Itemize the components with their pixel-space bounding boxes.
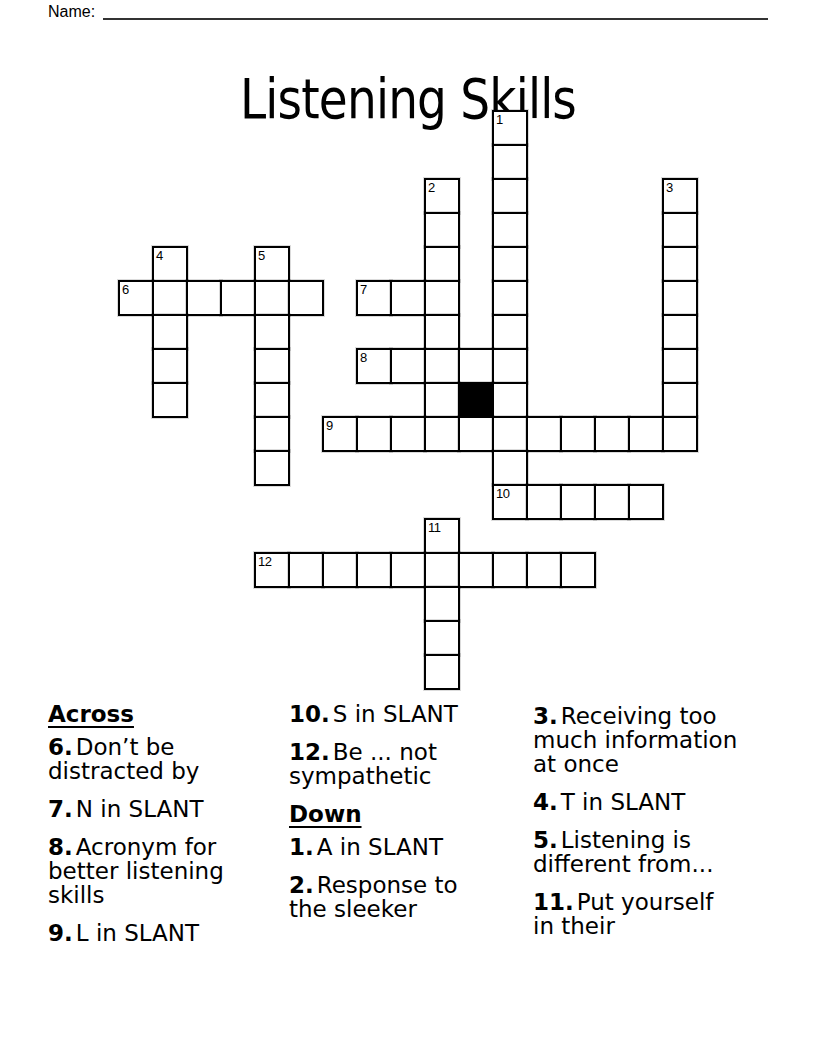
crossword-worksheet-page: Name: Listening Skills 123456789101112 A… [0, 0, 816, 1056]
cell-number: 1 [496, 113, 503, 126]
grid-cell[interactable] [594, 416, 630, 452]
grid-cell[interactable] [390, 416, 426, 452]
clue-4: 4.T in SLANT [533, 790, 788, 814]
grid-cell[interactable] [152, 382, 188, 418]
clue-9: 9.L in SLANT [48, 921, 303, 945]
grid-cell[interactable] [390, 280, 426, 316]
grid-cell[interactable] [526, 416, 562, 452]
grid-cell[interactable] [424, 280, 460, 316]
cell-number: 11 [428, 521, 441, 534]
black-cell [458, 382, 494, 418]
grid-cell[interactable] [390, 552, 426, 588]
grid-cell[interactable] [662, 348, 698, 384]
clue-1-line-1: 1.A in SLANT [289, 835, 544, 859]
cell-number: 9 [326, 419, 333, 432]
clue-11-line-2: in their [533, 914, 788, 938]
grid-cell[interactable] [254, 450, 290, 486]
clue-8: 8.Acronym forbetter listeningskills [48, 835, 303, 907]
grid-cell[interactable] [628, 416, 664, 452]
grid-cell[interactable] [560, 416, 596, 452]
clue-number-label: 12. [289, 739, 330, 765]
grid-cell[interactable] [458, 416, 494, 452]
clue-5-line-2: different from... [533, 852, 788, 876]
clue-8-line-1: 8.Acronym for [48, 835, 303, 859]
clue-3-line-3: at once [533, 752, 788, 776]
clue-number-label: 10. [289, 701, 330, 727]
clue-number-label: 1. [289, 834, 314, 860]
grid-cell[interactable] [526, 552, 562, 588]
clue-12-line-2: sympathetic [289, 764, 544, 788]
grid-cell[interactable] [662, 246, 698, 282]
grid-cell[interactable] [424, 620, 460, 656]
clue-4-line-1: 4.T in SLANT [533, 790, 788, 814]
cell-number: 2 [428, 181, 435, 194]
clue-11: 11.Put yourselfin their [533, 890, 788, 938]
clue-6-line-2: distracted by [48, 759, 303, 783]
grid-cell[interactable] [492, 416, 528, 452]
crossword-grid: 123456789101112 [0, 0, 816, 700]
cell-number: 6 [122, 283, 129, 296]
grid-cell[interactable] [492, 450, 528, 486]
grid-cell[interactable] [662, 212, 698, 248]
grid-cell[interactable] [560, 552, 596, 588]
grid-cell[interactable] [662, 314, 698, 350]
grid-cell[interactable] [288, 280, 324, 316]
clue-8-line-3: skills [48, 883, 303, 907]
grid-cell[interactable] [424, 246, 460, 282]
grid-cell[interactable] [492, 552, 528, 588]
cell-number: 7 [360, 283, 367, 296]
clue-number-label: 4. [533, 789, 558, 815]
grid-cell[interactable] [492, 280, 528, 316]
grid-cell[interactable] [424, 348, 460, 384]
clue-number-label: 11. [533, 889, 574, 915]
grid-cell[interactable] [424, 654, 460, 690]
grid-cell[interactable] [458, 348, 494, 384]
clue-9-line-1: 9.L in SLANT [48, 921, 303, 945]
clue-1: 1.A in SLANT [289, 835, 544, 859]
cell-number: 10 [496, 487, 509, 500]
grid-cell[interactable] [662, 382, 698, 418]
grid-cell[interactable] [356, 552, 392, 588]
grid-cell[interactable] [492, 246, 528, 282]
grid-cell[interactable] [492, 212, 528, 248]
clue-number-label: 7. [48, 796, 73, 822]
grid-cell[interactable] [254, 314, 290, 350]
clue-number-label: 2. [289, 872, 314, 898]
grid-cell[interactable] [356, 416, 392, 452]
grid-cell[interactable] [492, 178, 528, 214]
grid-cell[interactable] [254, 382, 290, 418]
clue-column-1: Across6.Don’t bedistracted by7.N in SLAN… [48, 702, 303, 959]
grid-cell[interactable] [220, 280, 256, 316]
cell-number: 4 [156, 249, 163, 262]
clue-6: 6.Don’t bedistracted by [48, 735, 303, 783]
grid-cell[interactable] [152, 348, 188, 384]
clue-3-line-1: 3.Receiving too [533, 704, 788, 728]
clue-6-line-1: 6.Don’t be [48, 735, 303, 759]
grid-cell[interactable] [152, 280, 188, 316]
grid-cell[interactable] [526, 484, 562, 520]
grid-cell[interactable] [492, 348, 528, 384]
cell-number: 5 [258, 249, 265, 262]
grid-cell[interactable] [424, 212, 460, 248]
grid-cell[interactable] [560, 484, 596, 520]
clue-7-line-1: 7.N in SLANT [48, 797, 303, 821]
clue-8-line-2: better listening [48, 859, 303, 883]
grid-cell[interactable] [288, 552, 324, 588]
grid-cell[interactable] [322, 552, 358, 588]
clue-12-line-1: 12.Be ... not [289, 740, 544, 764]
grid-cell[interactable] [424, 314, 460, 350]
grid-cell[interactable] [492, 382, 528, 418]
grid-cell[interactable] [662, 280, 698, 316]
grid-cell[interactable] [424, 586, 460, 622]
grid-cell[interactable] [662, 416, 698, 452]
grid-cell[interactable] [254, 416, 290, 452]
clue-number-label: 8. [48, 834, 73, 860]
clue-2-line-1: 2.Response to [289, 873, 544, 897]
clue-2: 2.Response tothe sleeker [289, 873, 544, 921]
clue-5: 5.Listening isdifferent from... [533, 828, 788, 876]
clue-10-line-1: 10.S in SLANT [289, 702, 544, 726]
down-heading: Down [289, 802, 544, 826]
grid-cell[interactable] [628, 484, 664, 520]
clue-2-line-2: the sleeker [289, 897, 544, 921]
grid-cell[interactable] [254, 280, 290, 316]
clue-10: 10.S in SLANT [289, 702, 544, 726]
grid-cell[interactable] [424, 416, 460, 452]
clue-column-2: 10.S in SLANT12.Be ... notsympatheticDow… [289, 702, 544, 935]
grid-cell[interactable] [458, 552, 494, 588]
clue-7: 7.N in SLANT [48, 797, 303, 821]
grid-cell[interactable] [254, 348, 290, 384]
cell-number: 12 [258, 555, 271, 568]
grid-cell[interactable] [424, 382, 460, 418]
grid-cell[interactable] [186, 280, 222, 316]
clue-number-label: 6. [48, 734, 73, 760]
clue-5-line-1: 5.Listening is [533, 828, 788, 852]
clue-column-3: 3.Receiving toomuch informationat once4.… [533, 704, 788, 952]
clue-12: 12.Be ... notsympathetic [289, 740, 544, 788]
cell-number: 3 [666, 181, 673, 194]
across-heading: Across [48, 702, 303, 726]
grid-cell[interactable] [424, 552, 460, 588]
cell-number: 8 [360, 351, 367, 364]
clue-3: 3.Receiving toomuch informationat once [533, 704, 788, 776]
clue-3-line-2: much information [533, 728, 788, 752]
grid-cell[interactable] [492, 144, 528, 180]
clue-number-label: 9. [48, 920, 73, 946]
clue-11-line-1: 11.Put yourself [533, 890, 788, 914]
grid-cell[interactable] [594, 484, 630, 520]
clue-number-label: 5. [533, 827, 558, 853]
grid-cell[interactable] [152, 314, 188, 350]
clue-number-label: 3. [533, 703, 558, 729]
grid-cell[interactable] [390, 348, 426, 384]
grid-cell[interactable] [492, 314, 528, 350]
